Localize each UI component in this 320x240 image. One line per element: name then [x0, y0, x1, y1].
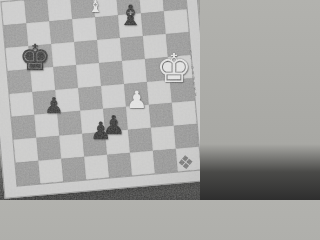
square-a3[interactable]: [11, 115, 36, 140]
square-a1[interactable]: [15, 161, 40, 186]
square-c8[interactable]: [47, 0, 72, 21]
square-f2[interactable]: [128, 128, 153, 153]
square-d6[interactable]: [74, 40, 99, 65]
piece-black-pawn-e3[interactable]: ♟: [102, 112, 125, 138]
square-h2[interactable]: [174, 124, 199, 149]
square-c6[interactable]: [51, 42, 76, 67]
square-f1[interactable]: [130, 151, 155, 176]
square-a2[interactable]: [13, 138, 38, 163]
square-e6[interactable]: [97, 38, 122, 63]
square-e5[interactable]: [99, 61, 124, 86]
board-squares: [1, 0, 200, 186]
square-c2[interactable]: [59, 134, 84, 159]
square-h7[interactable]: [164, 9, 189, 34]
square-a4[interactable]: [9, 92, 34, 117]
square-a8[interactable]: [1, 0, 26, 25]
piece-black-king-b5[interactable]: ♚: [19, 40, 51, 76]
square-f5[interactable]: [122, 59, 147, 84]
piece-black-bishop-f7[interactable]: ♝: [118, 2, 143, 30]
square-e4[interactable]: [101, 84, 126, 109]
square-e7[interactable]: [95, 15, 120, 40]
piece-white-bishop-d8[interactable]: ♝: [88, 0, 102, 15]
square-d1[interactable]: [84, 155, 109, 180]
square-g1[interactable]: [153, 149, 178, 174]
square-f6[interactable]: [120, 36, 145, 61]
square-g3[interactable]: [149, 103, 174, 128]
square-d5[interactable]: [76, 63, 101, 88]
square-d4[interactable]: [78, 86, 103, 111]
piece-black-pawn-c4[interactable]: ♟: [44, 95, 64, 117]
square-b8[interactable]: [24, 0, 49, 23]
photo-scene: ♝♝♚♚♟♟♟♟ ❖ 43-DRUEKE: [0, 0, 200, 200]
square-e1[interactable]: [107, 153, 132, 178]
square-c1[interactable]: [61, 157, 86, 182]
compass-rose-icon: ❖: [176, 150, 195, 173]
square-b1[interactable]: [38, 159, 63, 184]
square-d7[interactable]: [72, 17, 97, 42]
square-c7[interactable]: [49, 19, 74, 44]
square-g7[interactable]: [141, 11, 166, 36]
piece-white-pawn-f4[interactable]: ♟: [126, 88, 148, 112]
square-b2[interactable]: [36, 136, 61, 161]
square-c5[interactable]: [53, 65, 78, 90]
chess-board: [0, 0, 200, 199]
square-h3[interactable]: [172, 101, 197, 126]
square-g2[interactable]: [151, 126, 176, 151]
